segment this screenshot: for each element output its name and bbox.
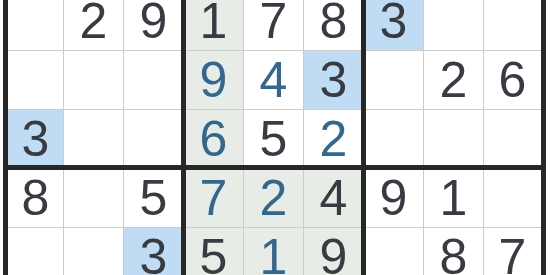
cell-r4c1[interactable]: 8 (8, 168, 64, 228)
cell-digit: 3 (380, 0, 408, 46)
cell-digit: 9 (200, 55, 228, 105)
cell-r4c5[interactable]: 2 (244, 168, 304, 228)
cell-digit: 8 (320, 0, 348, 46)
cell-r2c9[interactable]: 6 (484, 51, 542, 110)
cell-r2c6[interactable]: 3 (304, 51, 364, 110)
cell-digit: 1 (260, 232, 288, 275)
cell-r4c9[interactable] (484, 168, 542, 228)
cell-r4c4[interactable]: 7 (184, 168, 244, 228)
cell-r2c5[interactable]: 4 (244, 51, 304, 110)
cell-digit: 4 (320, 173, 348, 223)
cell-digit: 9 (380, 173, 408, 223)
cell-digit: 7 (260, 0, 288, 46)
cell-digit: 3 (140, 232, 168, 275)
cell-r5c9[interactable]: 7 (484, 228, 542, 275)
cell-digit: 4 (260, 55, 288, 105)
cell-digit: 2 (320, 114, 348, 164)
cell-digit: 6 (499, 55, 527, 105)
cell-r1c4[interactable]: 1 (184, 0, 244, 51)
box-border-right (541, 0, 546, 275)
cell-r1c3[interactable]: 9 (124, 0, 184, 51)
cell-digit: 6 (200, 114, 228, 164)
cell-r3c9[interactable] (484, 110, 542, 168)
box-border-vertical-1 (181, 0, 186, 275)
cell-r4c6[interactable]: 4 (304, 168, 364, 228)
sudoku-app-board-crop: 2917839432636528572491351987 (0, 0, 550, 275)
cell-r1c5[interactable]: 7 (244, 0, 304, 51)
cell-r5c4[interactable]: 5 (184, 228, 244, 275)
cell-digit: 7 (200, 173, 228, 223)
cell-digit: 8 (440, 232, 468, 275)
cell-digit: 1 (440, 173, 468, 223)
cell-r3c4[interactable]: 6 (184, 110, 244, 168)
cell-r1c9[interactable] (484, 0, 542, 51)
cell-r1c6[interactable]: 8 (304, 0, 364, 51)
cell-r4c3[interactable]: 5 (124, 168, 184, 228)
cell-digit: 3 (320, 55, 348, 105)
cell-r1c2[interactable]: 2 (64, 0, 124, 51)
cell-r3c6[interactable]: 2 (304, 110, 364, 168)
cell-r2c4[interactable]: 9 (184, 51, 244, 110)
cell-digit: 5 (200, 232, 228, 275)
cell-r2c8[interactable]: 2 (424, 51, 484, 110)
cell-r3c1[interactable]: 3 (8, 110, 64, 168)
cell-digit: 3 (22, 114, 50, 164)
cell-digit: 8 (22, 173, 50, 223)
cell-r4c8[interactable]: 1 (424, 168, 484, 228)
box-border-vertical-2 (361, 0, 366, 275)
cell-r3c5[interactable]: 5 (244, 110, 304, 168)
cell-digit: 5 (140, 173, 168, 223)
cell-r2c7[interactable] (364, 51, 424, 110)
cell-r2c2[interactable] (64, 51, 124, 110)
cell-r5c8[interactable]: 8 (424, 228, 484, 275)
cell-r2c3[interactable] (124, 51, 184, 110)
cell-r5c3[interactable]: 3 (124, 228, 184, 275)
cell-r5c6[interactable]: 9 (304, 228, 364, 275)
cell-digit: 2 (80, 0, 108, 46)
sudoku-grid: 2917839432636528572491351987 (8, 0, 542, 275)
box-border-horizontal-1 (3, 165, 546, 170)
cell-r3c7[interactable] (364, 110, 424, 168)
cell-digit: 9 (320, 232, 348, 275)
cell-r3c8[interactable] (424, 110, 484, 168)
cell-r5c7[interactable] (364, 228, 424, 275)
cell-r5c5[interactable]: 1 (244, 228, 304, 275)
cell-digit: 7 (499, 232, 527, 275)
cell-r1c1[interactable] (8, 0, 64, 51)
cell-r4c7[interactable]: 9 (364, 168, 424, 228)
cell-digit: 2 (260, 173, 288, 223)
cell-r3c2[interactable] (64, 110, 124, 168)
cell-digit: 1 (200, 0, 228, 46)
cell-r3c3[interactable] (124, 110, 184, 168)
cell-r5c2[interactable] (64, 228, 124, 275)
cell-digit: 2 (440, 55, 468, 105)
cell-r5c1[interactable] (8, 228, 64, 275)
cell-r1c8[interactable] (424, 0, 484, 51)
cell-r1c7[interactable]: 3 (364, 0, 424, 51)
cell-r4c2[interactable] (64, 168, 124, 228)
box-border-left (3, 0, 8, 275)
cell-digit: 5 (260, 114, 288, 164)
cell-digit: 9 (140, 0, 168, 46)
cell-r2c1[interactable] (8, 51, 64, 110)
